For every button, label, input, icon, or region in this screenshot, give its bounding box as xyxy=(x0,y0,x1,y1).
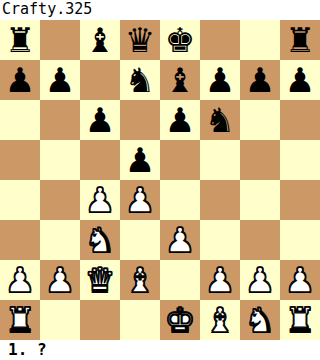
square-a8[interactable]: ♜ xyxy=(0,20,40,60)
black-pawn: ♟ xyxy=(205,60,235,100)
square-d8[interactable]: ♛ xyxy=(120,20,160,60)
white-pawn: ♟ xyxy=(205,260,235,300)
white-pawn: ♟ xyxy=(125,180,155,220)
square-c3[interactable]: ♞ xyxy=(80,220,120,260)
square-a5[interactable] xyxy=(0,140,40,180)
black-pawn: ♟ xyxy=(285,60,315,100)
white-rook: ♜ xyxy=(285,300,315,340)
square-b6[interactable] xyxy=(40,100,80,140)
black-pawn: ♟ xyxy=(85,100,115,140)
white-bishop: ♝ xyxy=(205,300,235,340)
black-rook: ♜ xyxy=(285,20,315,60)
square-c2[interactable]: ♛ xyxy=(80,260,120,300)
square-e7[interactable]: ♝ xyxy=(160,60,200,100)
square-e6[interactable]: ♟ xyxy=(160,100,200,140)
black-queen: ♛ xyxy=(125,20,155,60)
square-e1[interactable]: ♚ xyxy=(160,300,200,340)
black-pawn: ♟ xyxy=(245,60,275,100)
square-c1[interactable] xyxy=(80,300,120,340)
square-g7[interactable]: ♟ xyxy=(240,60,280,100)
square-e3[interactable]: ♟ xyxy=(160,220,200,260)
square-h1[interactable]: ♜ xyxy=(280,300,320,340)
square-a6[interactable] xyxy=(0,100,40,140)
square-h5[interactable] xyxy=(280,140,320,180)
square-d2[interactable]: ♝ xyxy=(120,260,160,300)
square-f4[interactable] xyxy=(200,180,240,220)
black-rook: ♜ xyxy=(5,20,35,60)
square-h8[interactable]: ♜ xyxy=(280,20,320,60)
black-knight: ♞ xyxy=(125,60,155,100)
square-d7[interactable]: ♞ xyxy=(120,60,160,100)
square-a3[interactable] xyxy=(0,220,40,260)
white-pawn: ♟ xyxy=(45,260,75,300)
square-e8[interactable]: ♚ xyxy=(160,20,200,60)
black-pawn: ♟ xyxy=(165,100,195,140)
square-h4[interactable] xyxy=(280,180,320,220)
white-king: ♚ xyxy=(165,300,195,340)
square-g1[interactable]: ♞ xyxy=(240,300,280,340)
square-f6[interactable]: ♞ xyxy=(200,100,240,140)
square-b3[interactable] xyxy=(40,220,80,260)
square-e5[interactable] xyxy=(160,140,200,180)
crafty-window: Crafty.325 ♜♝♛♚♜♟♟♞♝♟♟♟♟♟♞♟♟♟♞♟♟♟♛♝♟♟♟♜♚… xyxy=(0,0,320,360)
square-c8[interactable]: ♝ xyxy=(80,20,120,60)
square-h2[interactable]: ♟ xyxy=(280,260,320,300)
white-queen: ♛ xyxy=(85,260,115,300)
white-pawn: ♟ xyxy=(245,260,275,300)
square-c4[interactable]: ♟ xyxy=(80,180,120,220)
square-c5[interactable] xyxy=(80,140,120,180)
square-h6[interactable] xyxy=(280,100,320,140)
square-f7[interactable]: ♟ xyxy=(200,60,240,100)
chess-board: ♜♝♛♚♜♟♟♞♝♟♟♟♟♟♞♟♟♟♞♟♟♟♛♝♟♟♟♜♚♝♞♜ xyxy=(0,20,320,340)
square-f5[interactable] xyxy=(200,140,240,180)
square-a2[interactable]: ♟ xyxy=(0,260,40,300)
white-pawn: ♟ xyxy=(285,260,315,300)
window-title: Crafty.325 xyxy=(0,0,320,20)
square-d3[interactable] xyxy=(120,220,160,260)
square-b2[interactable]: ♟ xyxy=(40,260,80,300)
white-pawn: ♟ xyxy=(165,220,195,260)
white-pawn: ♟ xyxy=(85,180,115,220)
square-a1[interactable]: ♜ xyxy=(0,300,40,340)
black-knight: ♞ xyxy=(205,100,235,140)
square-g3[interactable] xyxy=(240,220,280,260)
white-knight: ♞ xyxy=(245,300,275,340)
square-e2[interactable] xyxy=(160,260,200,300)
square-c7[interactable] xyxy=(80,60,120,100)
square-g8[interactable] xyxy=(240,20,280,60)
square-d4[interactable]: ♟ xyxy=(120,180,160,220)
square-c6[interactable]: ♟ xyxy=(80,100,120,140)
square-b8[interactable] xyxy=(40,20,80,60)
square-b7[interactable]: ♟ xyxy=(40,60,80,100)
black-pawn: ♟ xyxy=(125,140,155,180)
square-a7[interactable]: ♟ xyxy=(0,60,40,100)
square-f3[interactable] xyxy=(200,220,240,260)
black-pawn: ♟ xyxy=(45,60,75,100)
square-g2[interactable]: ♟ xyxy=(240,260,280,300)
black-bishop: ♝ xyxy=(165,60,195,100)
white-rook: ♜ xyxy=(5,300,35,340)
square-h7[interactable]: ♟ xyxy=(280,60,320,100)
square-e4[interactable] xyxy=(160,180,200,220)
black-pawn: ♟ xyxy=(5,60,35,100)
white-knight: ♞ xyxy=(85,220,115,260)
square-b5[interactable] xyxy=(40,140,80,180)
square-d5[interactable]: ♟ xyxy=(120,140,160,180)
black-king: ♚ xyxy=(165,20,195,60)
move-prompt: 1. ? xyxy=(0,340,320,360)
white-bishop: ♝ xyxy=(125,260,155,300)
square-a4[interactable] xyxy=(0,180,40,220)
square-f8[interactable] xyxy=(200,20,240,60)
square-h3[interactable] xyxy=(280,220,320,260)
square-g5[interactable] xyxy=(240,140,280,180)
square-b1[interactable] xyxy=(40,300,80,340)
white-pawn: ♟ xyxy=(5,260,35,300)
black-bishop: ♝ xyxy=(85,20,115,60)
square-d6[interactable] xyxy=(120,100,160,140)
square-g6[interactable] xyxy=(240,100,280,140)
square-f2[interactable]: ♟ xyxy=(200,260,240,300)
square-d1[interactable] xyxy=(120,300,160,340)
square-f1[interactable]: ♝ xyxy=(200,300,240,340)
square-b4[interactable] xyxy=(40,180,80,220)
square-g4[interactable] xyxy=(240,180,280,220)
